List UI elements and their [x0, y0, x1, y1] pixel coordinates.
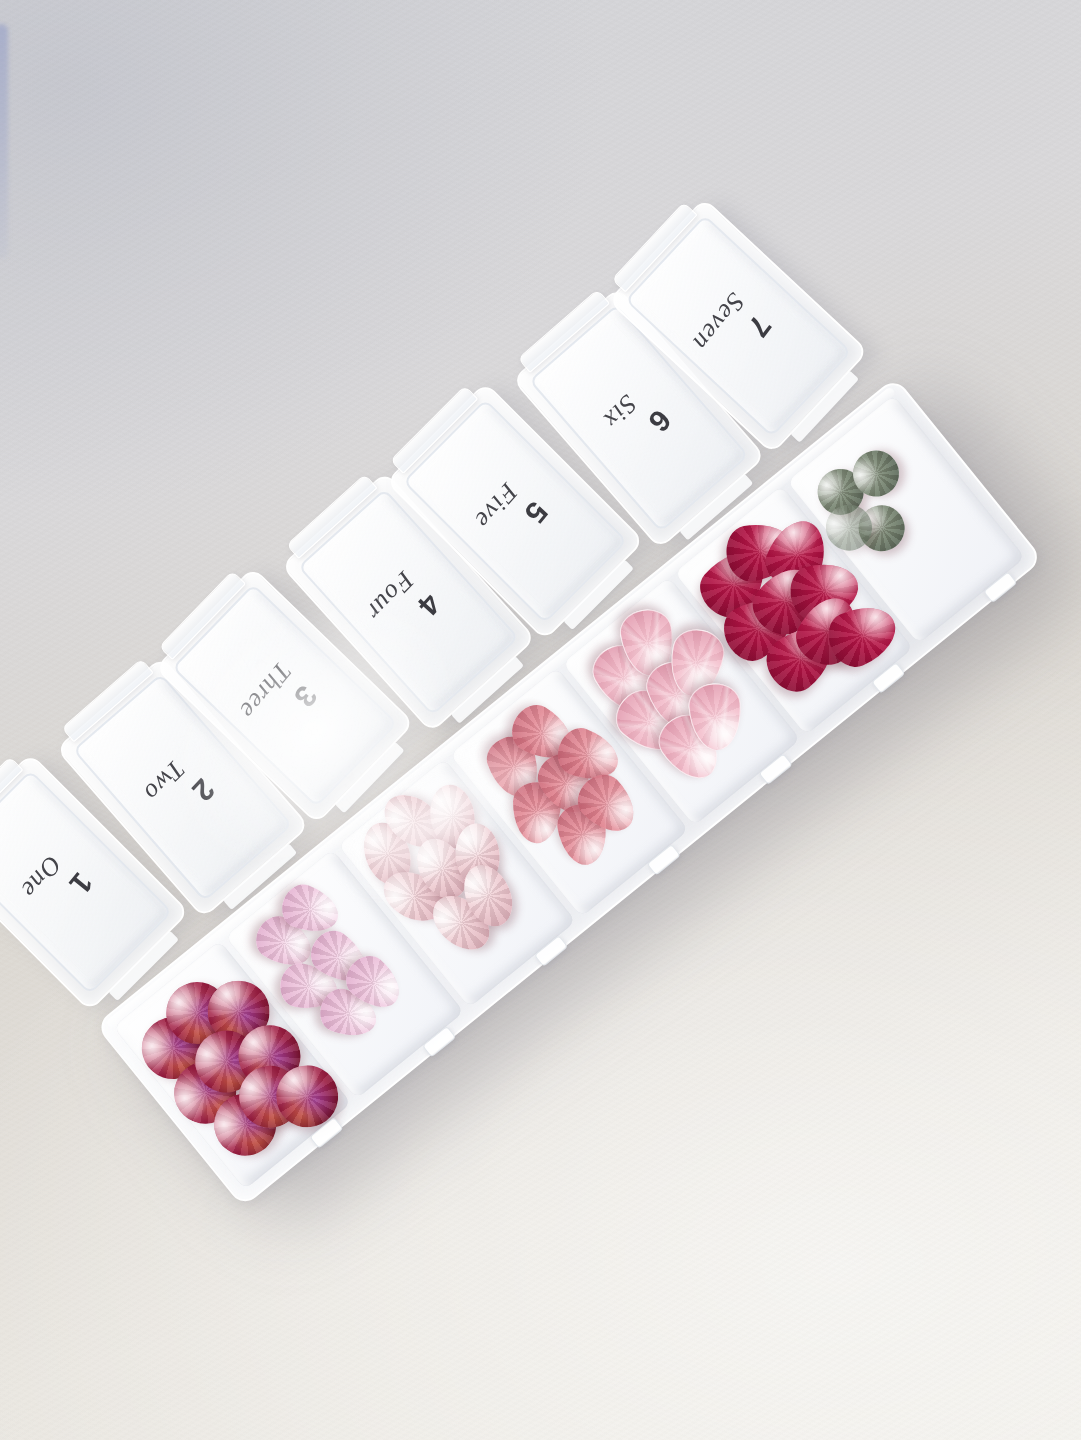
lid-number: 2	[185, 772, 221, 807]
lid-word: One	[14, 850, 67, 905]
lid-number: 3	[287, 679, 324, 713]
lid-word: Two	[137, 754, 191, 808]
lid-number: 1	[62, 866, 99, 900]
lid-number: 4	[411, 587, 447, 622]
lid-word: Four	[359, 566, 419, 627]
lid-number: 5	[518, 495, 555, 529]
lid-number: 6	[642, 403, 678, 438]
lid-word: Six	[597, 388, 643, 434]
background-object-edge	[0, 24, 8, 259]
photo-scene: 1One2Two3Three4Four5Five6Six7Seven	[0, 0, 1081, 1440]
lid-number: 7	[741, 309, 778, 343]
lid-word: Five	[468, 477, 524, 535]
